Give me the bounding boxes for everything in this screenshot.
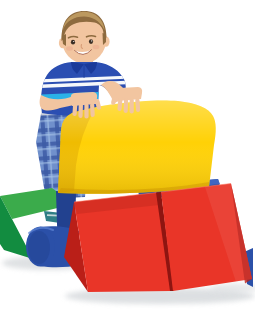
red-wedge-left <box>64 193 171 293</box>
blue-cylinder-endcap-shade <box>28 231 50 264</box>
boy-eye-left <box>71 40 75 45</box>
shirt-placket <box>83 65 85 78</box>
hand-left-finger <box>90 103 95 117</box>
boy-eye-right <box>89 39 93 44</box>
hand-left-finger <box>84 104 88 119</box>
boy-cheek-left <box>66 46 73 50</box>
hand-right-finger <box>130 99 134 114</box>
scene-illustration <box>0 0 255 309</box>
boy-cheek-right <box>93 45 100 49</box>
hand-right-finger <box>124 98 129 113</box>
boy-eye-glint-right <box>91 40 92 41</box>
hand-left-finger <box>78 103 83 118</box>
product-photo <box>0 0 255 309</box>
boy-eye-glint-left <box>73 41 74 42</box>
